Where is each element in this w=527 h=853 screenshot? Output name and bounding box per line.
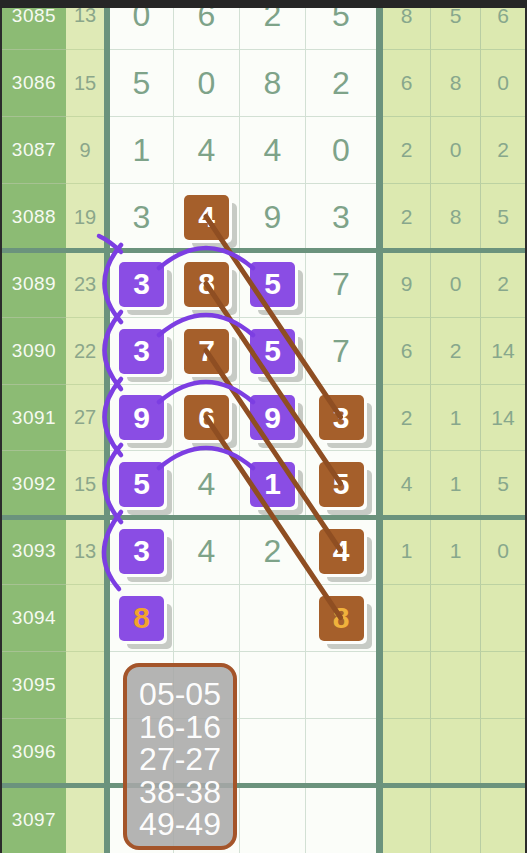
digit-cell: 2 bbox=[239, 517, 305, 584]
column-separator bbox=[376, 517, 383, 584]
digit-cell: 8 bbox=[305, 584, 376, 651]
stat-cell: 2 bbox=[383, 183, 430, 250]
highlight-square-purple: 3 bbox=[119, 529, 164, 574]
period-cell: 3095 bbox=[2, 651, 66, 718]
digit-cell: 3 bbox=[305, 384, 376, 450]
digit-cell: 8 bbox=[110, 584, 173, 651]
stat-cell bbox=[430, 651, 480, 718]
highlight-square-purple: 8 bbox=[119, 596, 164, 641]
highlight-square-brown: 4 bbox=[319, 529, 364, 574]
sum-cell: 23 bbox=[66, 250, 104, 317]
digit-cell bbox=[305, 785, 376, 853]
stat-cell: 2 bbox=[383, 116, 430, 183]
column-separator bbox=[376, 651, 383, 718]
stat-cell: 2 bbox=[430, 317, 480, 384]
digit-cell: 5 bbox=[110, 49, 173, 116]
digit-cell: 4 bbox=[305, 517, 376, 584]
highlight-square-brown: 8 bbox=[319, 596, 364, 641]
column-separator bbox=[376, 8, 383, 49]
period-cell: 3091 bbox=[2, 384, 66, 450]
digit-cell: 7 bbox=[173, 317, 239, 384]
sum-cell bbox=[66, 584, 104, 651]
stat-cell bbox=[383, 584, 430, 651]
chart-grid[interactable]: 3085130625856308615508268030879144020230… bbox=[2, 8, 525, 853]
digit-cell bbox=[239, 584, 305, 651]
stat-cell: 2 bbox=[480, 116, 525, 183]
stat-cell bbox=[383, 651, 430, 718]
stat-cell: 8 bbox=[430, 183, 480, 250]
digit-cell: 4 bbox=[173, 116, 239, 183]
stat-cell bbox=[430, 785, 480, 853]
stat-cell: 4 bbox=[383, 450, 430, 517]
digit-cell: 3 bbox=[110, 250, 173, 317]
highlight-square-brown: 3 bbox=[319, 395, 364, 440]
column-separator bbox=[376, 450, 383, 517]
group-separator bbox=[2, 783, 525, 788]
digit-cell bbox=[173, 584, 239, 651]
sum-cell: 13 bbox=[66, 517, 104, 584]
stat-cell bbox=[383, 785, 430, 853]
digit-cell: 3 bbox=[305, 183, 376, 250]
highlight-square-purple: 5 bbox=[119, 462, 164, 507]
chart-row-3092: 3092155415415 bbox=[2, 450, 525, 517]
stat-cell: 1 bbox=[430, 450, 480, 517]
digit-cell: 4 bbox=[173, 450, 239, 517]
stat-cell: 0 bbox=[480, 517, 525, 584]
chart-row-3088: 3088193493285 bbox=[2, 183, 525, 250]
note-line: 16-16 bbox=[139, 711, 221, 744]
lottery-trend-chart-screen: 3085130625856308615508268030879144020230… bbox=[0, 0, 527, 853]
digit-cell: 7 bbox=[305, 250, 376, 317]
stat-cell: 14 bbox=[480, 317, 525, 384]
digit-cell: 3 bbox=[110, 183, 173, 250]
stat-cell: 0 bbox=[430, 116, 480, 183]
digit-cell bbox=[305, 718, 376, 785]
chart-row-3089: 3089233857902 bbox=[2, 250, 525, 317]
period-cell: 3086 bbox=[2, 49, 66, 116]
digit-cell: 6 bbox=[173, 8, 239, 49]
stat-cell: 1 bbox=[430, 517, 480, 584]
note-line: 27-27 bbox=[139, 743, 221, 776]
column-separator bbox=[376, 49, 383, 116]
sum-cell bbox=[66, 718, 104, 785]
note-box: 05-0516-1627-2738-3849-49 bbox=[123, 663, 237, 850]
digit-cell bbox=[239, 785, 305, 853]
chart-row-3091: 30912796932114 bbox=[2, 384, 525, 450]
chart-row-3086: 3086155082680 bbox=[2, 49, 525, 116]
top-bar bbox=[0, 0, 527, 8]
highlight-square-brown: 4 bbox=[184, 195, 229, 240]
period-cell: 3087 bbox=[2, 116, 66, 183]
digit-cell: 2 bbox=[239, 8, 305, 49]
highlight-square-brown: 7 bbox=[184, 329, 229, 374]
stat-cell: 1 bbox=[383, 517, 430, 584]
highlight-square-purple: 5 bbox=[250, 329, 295, 374]
stat-cell: 0 bbox=[480, 49, 525, 116]
chart-row-3085: 3085130625856 bbox=[2, 8, 525, 49]
digit-cell: 4 bbox=[173, 517, 239, 584]
period-cell: 3085 bbox=[2, 8, 66, 49]
sum-cell: 19 bbox=[66, 183, 104, 250]
column-separator bbox=[376, 183, 383, 250]
column-separator bbox=[376, 317, 383, 384]
sum-cell: 13 bbox=[66, 8, 104, 49]
highlight-square-brown: 5 bbox=[319, 462, 364, 507]
digit-cell: 3 bbox=[110, 517, 173, 584]
highlight-square-purple: 3 bbox=[119, 262, 164, 307]
sum-cell bbox=[66, 651, 104, 718]
digit-cell: 5 bbox=[305, 450, 376, 517]
digit-cell: 3 bbox=[110, 317, 173, 384]
period-cell: 3096 bbox=[2, 718, 66, 785]
highlight-square-purple: 5 bbox=[250, 262, 295, 307]
period-cell: 3090 bbox=[2, 317, 66, 384]
digit-cell bbox=[239, 718, 305, 785]
digit-cell: 4 bbox=[239, 116, 305, 183]
digit-cell: 5 bbox=[110, 450, 173, 517]
sum-cell: 27 bbox=[66, 384, 104, 450]
stat-cell bbox=[480, 718, 525, 785]
highlight-square-purple: 9 bbox=[119, 395, 164, 440]
column-separator bbox=[376, 384, 383, 450]
stat-cell: 8 bbox=[430, 49, 480, 116]
highlight-square-brown: 6 bbox=[184, 395, 229, 440]
column-separator bbox=[376, 718, 383, 785]
stat-cell bbox=[480, 785, 525, 853]
sum-cell bbox=[66, 785, 104, 853]
digit-cell: 0 bbox=[305, 116, 376, 183]
stat-cell bbox=[480, 584, 525, 651]
stat-cell: 5 bbox=[430, 8, 480, 49]
digit-cell: 2 bbox=[305, 49, 376, 116]
stat-cell bbox=[480, 651, 525, 718]
digit-cell: 0 bbox=[110, 8, 173, 49]
highlight-square-purple: 3 bbox=[119, 329, 164, 374]
digit-cell bbox=[239, 651, 305, 718]
digit-cell: 8 bbox=[173, 250, 239, 317]
stat-cell bbox=[383, 718, 430, 785]
note-line: 49-49 bbox=[139, 808, 221, 841]
digit-cell bbox=[305, 651, 376, 718]
highlight-square-purple: 1 bbox=[250, 462, 295, 507]
stat-cell bbox=[430, 584, 480, 651]
digit-cell: 5 bbox=[305, 8, 376, 49]
digit-cell: 8 bbox=[239, 49, 305, 116]
stat-cell bbox=[430, 718, 480, 785]
note-line: 05-05 bbox=[139, 678, 221, 711]
digit-cell: 9 bbox=[239, 384, 305, 450]
chart-row-3095: 3095 bbox=[2, 651, 525, 718]
chart-row-3087: 308791440202 bbox=[2, 116, 525, 183]
period-cell: 3092 bbox=[2, 450, 66, 517]
stat-cell: 6 bbox=[383, 317, 430, 384]
sum-cell: 9 bbox=[66, 116, 104, 183]
chart-row-3096: 3096 bbox=[2, 718, 525, 785]
stat-cell: 9 bbox=[383, 250, 430, 317]
digit-cell: 7 bbox=[305, 317, 376, 384]
stat-cell: 8 bbox=[383, 8, 430, 49]
digit-cell: 5 bbox=[239, 317, 305, 384]
stat-cell: 5 bbox=[480, 183, 525, 250]
chart-row-3094: 309488 bbox=[2, 584, 525, 651]
digit-cell: 9 bbox=[110, 384, 173, 450]
column-separator bbox=[376, 785, 383, 853]
chart-row-3093: 3093133424110 bbox=[2, 517, 525, 584]
chart-row-3090: 30902237576214 bbox=[2, 317, 525, 384]
digit-cell: 6 bbox=[173, 384, 239, 450]
sum-cell: 22 bbox=[66, 317, 104, 384]
digit-cell: 9 bbox=[239, 183, 305, 250]
stat-cell: 2 bbox=[480, 250, 525, 317]
column-separator bbox=[376, 584, 383, 651]
digit-cell: 1 bbox=[239, 450, 305, 517]
stat-cell: 0 bbox=[430, 250, 480, 317]
stat-cell: 2 bbox=[383, 384, 430, 450]
period-cell: 3093 bbox=[2, 517, 66, 584]
sum-cell: 15 bbox=[66, 49, 104, 116]
group-separator bbox=[2, 248, 525, 253]
period-cell: 3088 bbox=[2, 183, 66, 250]
period-cell: 3089 bbox=[2, 250, 66, 317]
chart-row-3097: 3097 bbox=[2, 785, 525, 853]
stat-cell: 6 bbox=[480, 8, 525, 49]
note-line: 38-38 bbox=[139, 776, 221, 809]
stat-cell: 5 bbox=[480, 450, 525, 517]
digit-cell: 1 bbox=[110, 116, 173, 183]
digit-cell: 4 bbox=[173, 183, 239, 250]
stat-cell: 14 bbox=[480, 384, 525, 450]
group-separator bbox=[2, 515, 525, 520]
digit-cell: 5 bbox=[239, 250, 305, 317]
stat-cell: 1 bbox=[430, 384, 480, 450]
stat-cell: 6 bbox=[383, 49, 430, 116]
column-separator bbox=[376, 250, 383, 317]
sum-cell: 15 bbox=[66, 450, 104, 517]
highlight-square-brown: 8 bbox=[184, 262, 229, 307]
highlight-square-purple: 9 bbox=[250, 395, 295, 440]
period-cell: 3094 bbox=[2, 584, 66, 651]
digit-cell: 0 bbox=[173, 49, 239, 116]
period-cell: 3097 bbox=[2, 785, 66, 853]
column-separator bbox=[376, 116, 383, 183]
